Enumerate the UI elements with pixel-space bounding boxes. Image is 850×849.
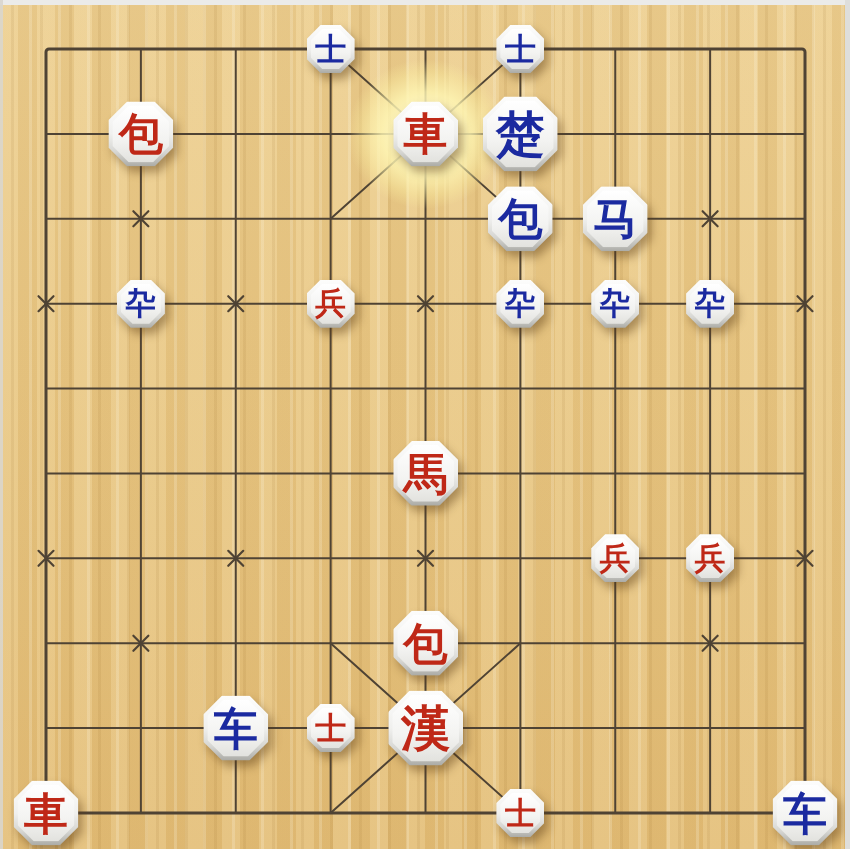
piece-red-cannon-b2[interactable]: 包 (108, 101, 173, 166)
piece-glyph: 包 (119, 112, 163, 156)
piece-glyph: 漢 (401, 704, 450, 753)
piece-glyph: 士 (315, 713, 346, 744)
piece-octagon: 卆 (686, 280, 734, 328)
piece-glyph: 士 (505, 798, 536, 829)
piece-octagon: 兵 (591, 534, 639, 582)
piece-octagon: 卆 (591, 280, 639, 328)
piece-glyph: 马 (593, 197, 637, 241)
piece-glyph: 卆 (505, 288, 536, 319)
piece-red-soldier-h7[interactable]: 兵 (686, 534, 734, 582)
piece-octagon: 兵 (307, 280, 355, 328)
piece-octagon: 漢 (388, 691, 463, 766)
piece-octagon: 包 (108, 101, 173, 166)
piece-octagon: 包 (393, 611, 458, 676)
piece-glyph: 车 (783, 791, 827, 835)
piece-octagon: 马 (583, 186, 648, 251)
piece-glyph: 包 (498, 197, 542, 241)
piece-red-general-e9[interactable]: 漢 (388, 691, 463, 766)
piece-octagon: 兵 (686, 534, 734, 582)
piece-octagon: 士 (307, 25, 355, 73)
piece-red-horse-e6[interactable]: 馬 (393, 441, 458, 506)
piece-blue-cannon-f3[interactable]: 包 (488, 186, 553, 251)
piece-glyph: 士 (505, 34, 536, 65)
piece-glyph: 车 (214, 706, 258, 750)
piece-blue-soldier-f4[interactable]: 卆 (496, 280, 544, 328)
piece-octagon: 车 (773, 781, 838, 846)
piece-octagon: 楚 (483, 96, 558, 171)
piece-glyph: 車 (404, 112, 448, 156)
piece-red-guard-f10[interactable]: 士 (496, 789, 544, 837)
piece-octagon: 士 (496, 789, 544, 837)
piece-red-chariot-e2[interactable]: 車 (393, 101, 458, 166)
piece-glyph: 兵 (695, 543, 726, 574)
piece-red-chariot-a10[interactable]: 車 (14, 781, 79, 846)
piece-octagon: 卆 (117, 280, 165, 328)
piece-octagon: 馬 (393, 441, 458, 506)
piece-red-cannon-e8[interactable]: 包 (393, 611, 458, 676)
piece-glyph: 楚 (496, 109, 545, 158)
piece-octagon: 車 (14, 781, 79, 846)
piece-red-guard-d9[interactable]: 士 (307, 704, 355, 752)
piece-glyph: 卆 (125, 288, 156, 319)
piece-glyph: 車 (24, 791, 68, 835)
piece-octagon: 卆 (496, 280, 544, 328)
piece-glyph: 馬 (404, 451, 448, 495)
piece-octagon: 车 (203, 696, 268, 761)
piece-glyph: 包 (404, 621, 448, 665)
piece-red-soldier-g7[interactable]: 兵 (591, 534, 639, 582)
piece-glyph: 卆 (600, 288, 631, 319)
piece-glyph: 卆 (695, 288, 726, 319)
piece-blue-soldier-h4[interactable]: 卆 (686, 280, 734, 328)
piece-blue-general-f2[interactable]: 楚 (483, 96, 558, 171)
piece-glyph: 士 (315, 34, 346, 65)
piece-blue-guard-f1[interactable]: 士 (496, 25, 544, 73)
piece-blue-horse-g3[interactable]: 马 (583, 186, 648, 251)
piece-red-soldier-d4[interactable]: 兵 (307, 280, 355, 328)
piece-blue-chariot-c9[interactable]: 车 (203, 696, 268, 761)
piece-octagon: 士 (496, 25, 544, 73)
piece-glyph: 兵 (600, 543, 631, 574)
piece-octagon: 士 (307, 704, 355, 752)
piece-octagon: 車 (393, 101, 458, 166)
piece-glyph: 兵 (315, 288, 346, 319)
piece-blue-soldier-g4[interactable]: 卆 (591, 280, 639, 328)
piece-blue-guard-d1[interactable]: 士 (307, 25, 355, 73)
piece-octagon: 包 (488, 186, 553, 251)
janggi-board: 士士包車楚包马卆兵卆卆卆馬兵兵包车士漢士車车 (0, 0, 850, 849)
piece-blue-soldier-b4[interactable]: 卆 (117, 280, 165, 328)
piece-blue-chariot-i10[interactable]: 车 (773, 781, 838, 846)
